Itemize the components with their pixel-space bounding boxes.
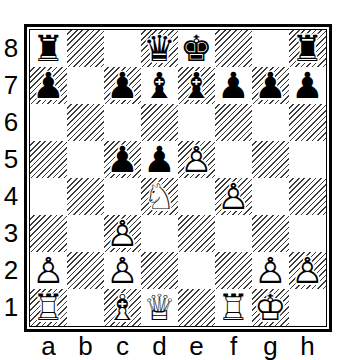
rank-label-4: 4	[0, 178, 22, 215]
square-h5[interactable]	[289, 141, 326, 178]
square-h1[interactable]	[289, 289, 326, 326]
square-a1[interactable]: ♜♖	[30, 289, 67, 326]
rank-labels: 87654321	[0, 30, 22, 326]
square-h6[interactable]	[289, 104, 326, 141]
square-e5[interactable]: ♟♙	[178, 141, 215, 178]
white-pawn: ♟♙	[104, 215, 141, 252]
file-label-e: e	[178, 333, 215, 360]
piece-glyph: ♚	[180, 30, 212, 67]
piece-glyph: ♗	[106, 289, 138, 326]
white-king: ♚♔	[252, 289, 289, 326]
square-e2[interactable]	[178, 252, 215, 289]
square-g2[interactable]: ♟♙	[252, 252, 289, 289]
piece-glyph: ♔	[254, 289, 286, 326]
board-frame: ♜♜♛♛♚♚♜♜♟♟♟♟♝♝♝♝♟♟♟♟♟♟♟♟♟♟♟♙♞♘♟♙♟♙♟♙♟♙♟♙…	[24, 24, 332, 332]
square-c8[interactable]	[104, 30, 141, 67]
square-b6[interactable]	[67, 104, 104, 141]
square-f8[interactable]	[215, 30, 252, 67]
square-e7[interactable]: ♝♝	[178, 67, 215, 104]
white-pawn: ♟♙	[215, 178, 252, 215]
piece-glyph: ♘	[143, 178, 175, 215]
square-a5[interactable]	[30, 141, 67, 178]
board-frame-inner: ♜♜♛♛♚♚♜♜♟♟♟♟♝♝♝♝♟♟♟♟♟♟♟♟♟♟♟♙♞♘♟♙♟♙♟♙♟♙♟♙…	[29, 29, 327, 327]
file-label-g: g	[252, 333, 289, 360]
black-pawn: ♟♟	[104, 67, 141, 104]
rank-label-3: 3	[0, 215, 22, 252]
white-pawn: ♟♙	[30, 252, 67, 289]
piece-glyph: ♙	[106, 215, 138, 252]
piece-glyph: ♙	[217, 178, 249, 215]
square-f2[interactable]	[215, 252, 252, 289]
black-rook: ♜♜	[30, 30, 67, 67]
square-h2[interactable]: ♟♙	[289, 252, 326, 289]
black-pawn: ♟♟	[104, 141, 141, 178]
square-c2[interactable]: ♟♙	[104, 252, 141, 289]
file-label-d: d	[141, 333, 178, 360]
black-pawn: ♟♟	[252, 67, 289, 104]
square-a6[interactable]	[30, 104, 67, 141]
file-label-a: a	[30, 333, 67, 360]
square-a7[interactable]: ♟♟	[30, 67, 67, 104]
piece-glyph: ♕	[143, 289, 175, 326]
rank-label-6: 6	[0, 104, 22, 141]
white-pawn: ♟♙	[289, 252, 326, 289]
file-label-h: h	[289, 333, 326, 360]
square-c4[interactable]	[104, 178, 141, 215]
square-e3[interactable]	[178, 215, 215, 252]
rank-label-8: 8	[0, 30, 22, 67]
square-f4[interactable]: ♟♙	[215, 178, 252, 215]
piece-glyph: ♙	[291, 252, 323, 289]
square-g6[interactable]	[252, 104, 289, 141]
square-f6[interactable]	[215, 104, 252, 141]
file-label-b: b	[67, 333, 104, 360]
piece-glyph: ♙	[180, 141, 212, 178]
file-labels: abcdefgh	[30, 333, 326, 360]
black-pawn: ♟♟	[30, 67, 67, 104]
piece-glyph: ♟	[106, 67, 138, 104]
square-d7[interactable]: ♝♝	[141, 67, 178, 104]
square-h7[interactable]: ♟♟	[289, 67, 326, 104]
piece-glyph: ♛	[143, 30, 175, 67]
square-h3[interactable]	[289, 215, 326, 252]
piece-glyph: ♟	[32, 67, 64, 104]
square-c1[interactable]: ♝♗	[104, 289, 141, 326]
piece-glyph: ♙	[254, 252, 286, 289]
rank-label-5: 5	[0, 141, 22, 178]
square-c6[interactable]	[104, 104, 141, 141]
white-rook: ♜♖	[30, 289, 67, 326]
square-f5[interactable]	[215, 141, 252, 178]
square-d4[interactable]: ♞♘	[141, 178, 178, 215]
piece-glyph: ♜	[291, 30, 323, 67]
square-g7[interactable]: ♟♟	[252, 67, 289, 104]
rank-label-7: 7	[0, 67, 22, 104]
square-h8[interactable]: ♜♜	[289, 30, 326, 67]
square-d2[interactable]	[141, 252, 178, 289]
square-e8[interactable]: ♚♚	[178, 30, 215, 67]
rank-label-2: 2	[0, 252, 22, 289]
black-pawn: ♟♟	[141, 141, 178, 178]
square-b7[interactable]	[67, 67, 104, 104]
piece-glyph: ♟	[291, 67, 323, 104]
black-bishop: ♝♝	[141, 67, 178, 104]
square-a2[interactable]: ♟♙	[30, 252, 67, 289]
square-g1[interactable]: ♚♔	[252, 289, 289, 326]
black-rook: ♜♜	[289, 30, 326, 67]
piece-glyph: ♜	[32, 30, 64, 67]
piece-glyph: ♟	[106, 141, 138, 178]
square-a8[interactable]: ♜♜	[30, 30, 67, 67]
square-d8[interactable]: ♛♛	[141, 30, 178, 67]
white-pawn: ♟♙	[104, 252, 141, 289]
square-f3[interactable]	[215, 215, 252, 252]
square-d6[interactable]	[141, 104, 178, 141]
piece-glyph: ♝	[180, 67, 212, 104]
square-b5[interactable]	[67, 141, 104, 178]
square-d5[interactable]: ♟♟	[141, 141, 178, 178]
white-pawn: ♟♙	[178, 141, 215, 178]
square-f1[interactable]: ♜♖	[215, 289, 252, 326]
white-rook: ♜♖	[215, 289, 252, 326]
file-label-c: c	[104, 333, 141, 360]
square-b8[interactable]	[67, 30, 104, 67]
piece-glyph: ♟	[217, 67, 249, 104]
square-e6[interactable]	[178, 104, 215, 141]
chess-diagram: 87654321 ♜♜♛♛♚♚♜♜♟♟♟♟♝♝♝♝♟♟♟♟♟♟♟♟♟♟♟♙♞♘♟…	[0, 0, 360, 360]
square-d1[interactable]: ♛♕	[141, 289, 178, 326]
white-queen: ♛♕	[141, 289, 178, 326]
piece-glyph: ♖	[217, 289, 249, 326]
square-c5[interactable]: ♟♟	[104, 141, 141, 178]
board: ♜♜♛♛♚♚♜♜♟♟♟♟♝♝♝♝♟♟♟♟♟♟♟♟♟♟♟♙♞♘♟♙♟♙♟♙♟♙♟♙…	[30, 30, 326, 326]
black-pawn: ♟♟	[215, 67, 252, 104]
square-g5[interactable]	[252, 141, 289, 178]
piece-glyph: ♟	[143, 141, 175, 178]
black-king: ♚♚	[178, 30, 215, 67]
piece-glyph: ♖	[32, 289, 64, 326]
file-label-f: f	[215, 333, 252, 360]
white-knight: ♞♘	[141, 178, 178, 215]
square-e4[interactable]	[178, 178, 215, 215]
black-bishop: ♝♝	[178, 67, 215, 104]
square-a4[interactable]	[30, 178, 67, 215]
piece-glyph: ♙	[32, 252, 64, 289]
square-g8[interactable]	[252, 30, 289, 67]
square-g4[interactable]	[252, 178, 289, 215]
piece-glyph: ♝	[143, 67, 175, 104]
square-f7[interactable]: ♟♟	[215, 67, 252, 104]
piece-glyph: ♙	[106, 252, 138, 289]
square-b3[interactable]	[67, 215, 104, 252]
white-bishop: ♝♗	[104, 289, 141, 326]
piece-glyph: ♟	[254, 67, 286, 104]
square-d3[interactable]	[141, 215, 178, 252]
square-c7[interactable]: ♟♟	[104, 67, 141, 104]
square-g3[interactable]	[252, 215, 289, 252]
white-pawn: ♟♙	[252, 252, 289, 289]
rank-label-1: 1	[0, 289, 22, 326]
square-b2[interactable]	[67, 252, 104, 289]
black-pawn: ♟♟	[289, 67, 326, 104]
square-c3[interactable]: ♟♙	[104, 215, 141, 252]
square-b4[interactable]	[67, 178, 104, 215]
black-queen: ♛♛	[141, 30, 178, 67]
square-b1[interactable]	[67, 289, 104, 326]
square-a3[interactable]	[30, 215, 67, 252]
square-h4[interactable]	[289, 178, 326, 215]
square-e1[interactable]	[178, 289, 215, 326]
